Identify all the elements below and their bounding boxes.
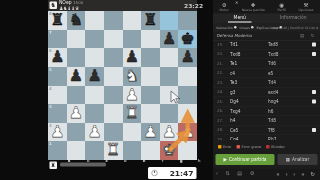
panel-toolbar: ⚙Motor✚Nueva partida◉Perfil⚒Opciones (213, 0, 320, 14)
move-list[interactable]: 19.Td1Tad820.Txd8Txd821.Te1Td622.c4e523.… (213, 40, 320, 140)
square-g2[interactable]: ♟ (160, 123, 179, 142)
square-a4[interactable]: 4 (48, 86, 67, 105)
black-move[interactable]: Txd8 (268, 50, 279, 59)
square-h5[interactable] (178, 67, 197, 86)
white-move[interactable]: h4 (230, 116, 235, 125)
square-h6[interactable]: ♟ (178, 48, 197, 67)
gear-icon[interactable]: ⚙ (316, 26, 319, 30)
white-move[interactable]: Dg4 (230, 97, 239, 106)
square-h3[interactable] (178, 104, 197, 123)
toggle-valoración[interactable]: Valoración (216, 25, 236, 29)
square-d6[interactable] (104, 48, 123, 67)
move-row[interactable]: 20.Txd8Txd8 (213, 50, 320, 60)
panel-tabs: MenúInformación (213, 14, 320, 24)
black-move[interactable]: exd4 (268, 88, 278, 97)
black-king[interactable]: ♚ (178, 30, 197, 49)
top-player-avatar: ♞ (50, 2, 58, 10)
square-b4[interactable] (67, 86, 86, 105)
black-move[interactable]: h6 (268, 107, 273, 116)
tab-menú[interactable]: Menú (213, 14, 267, 24)
square-c3[interactable] (85, 104, 104, 123)
black-knight[interactable]: ♞ (67, 11, 86, 30)
white-clock-time: 21:47 (170, 169, 194, 178)
square-f4[interactable] (141, 86, 160, 105)
bottom-player-bar: ♜ (48, 160, 148, 171)
white-king[interactable]: ♚ (160, 141, 179, 160)
square-h7[interactable]: ♚ (178, 30, 197, 49)
white-pawn[interactable]: ♟ (141, 123, 160, 142)
square-f6[interactable] (141, 48, 160, 67)
black-move[interactable]: Td6 (268, 59, 276, 68)
mistake-legend: ErrorError graveBlunder (213, 142, 320, 151)
square-h4[interactable] (178, 86, 197, 105)
white-knight[interactable]: ♞ (123, 67, 142, 86)
square-a6[interactable]: ♟6 (48, 48, 67, 67)
rank-label: 3 (49, 104, 52, 109)
move-row[interactable]: 28.Ce5Tf8 (213, 126, 320, 136)
square-h8[interactable] (178, 11, 197, 30)
black-clock: 23:22 (184, 2, 214, 9)
tab-información[interactable]: Información (267, 14, 320, 24)
white-move[interactable]: c4 (230, 69, 235, 78)
black-pawn[interactable]: ♟ (85, 67, 104, 86)
square-b1[interactable]: b (67, 141, 86, 160)
square-c7[interactable] (85, 30, 104, 49)
square-e5[interactable]: ♞ (123, 67, 142, 86)
black-pawn[interactable]: ♟ (160, 30, 179, 49)
square-e2[interactable] (123, 123, 142, 142)
square-a1[interactable]: 1a (48, 141, 67, 160)
square-f5[interactable] (141, 67, 160, 86)
move-row[interactable]: 24.g3exd4 (213, 88, 320, 98)
black-pawn[interactable]: ♟ (178, 48, 197, 67)
square-g5[interactable] (160, 67, 179, 86)
move-row[interactable]: 27.h4Td8 (213, 116, 320, 126)
white-move[interactable]: g3 (230, 88, 235, 97)
square-a3[interactable]: 3 (48, 104, 67, 123)
rank-label: 1 (49, 141, 52, 146)
move-nav-icons[interactable]: « ‹ › » ↻ (276, 171, 317, 178)
eval-badge (312, 52, 316, 56)
square-g4[interactable] (160, 86, 179, 105)
square-d4[interactable] (104, 86, 123, 105)
square-e6[interactable]: ♟ (123, 48, 142, 67)
black-move[interactable]: e5 (268, 69, 273, 78)
square-a5[interactable]: 5 (48, 67, 67, 86)
square-d3[interactable] (104, 104, 123, 123)
square-f3[interactable] (141, 104, 160, 123)
toggle-líneas[interactable]: Líneas (239, 25, 253, 29)
white-clock-active: 21:47 (148, 167, 197, 179)
resume-game-button[interactable]: ▶Continuar partida (216, 154, 275, 165)
square-e7[interactable] (123, 30, 142, 49)
black-move[interactable]: hxg4 (268, 97, 279, 106)
analysis-panel: ⚙Motor✚Nueva partida◉Perfil⚒Opciones ✕ M… (213, 0, 320, 180)
white-move[interactable]: Cg4 (230, 135, 238, 140)
square-c6[interactable] (85, 48, 104, 67)
square-g1[interactable]: ♚g (160, 141, 179, 160)
rank-label: 6 (49, 48, 52, 53)
analyze-button[interactable]: ▦Analizar (278, 154, 318, 165)
square-e8[interactable] (123, 11, 142, 30)
square-a8[interactable]: ♜8 (48, 11, 67, 30)
square-b8[interactable]: ♞ (67, 11, 86, 30)
square-f2[interactable]: ♟ (141, 123, 160, 142)
square-a7[interactable]: 7 (48, 30, 67, 49)
move-row[interactable]: 19.Td1Tad8 (213, 40, 320, 50)
engine-button[interactable]: ⚙Motor (219, 2, 228, 12)
app-window: ♞ NOep1500 ♟♞♝♝♛ 23:22 ♜8♞♜7♟♚♟6♟♟5♟♟♞4♟… (0, 0, 320, 180)
white-rook[interactable]: ♜ (104, 141, 123, 160)
eval-badge (312, 43, 316, 47)
move-row[interactable]: 21.Te1Td6 (213, 59, 320, 69)
bottom-nav-bar: ‹ ⇅ ▤ ⚙ « ‹ › » ↻ (213, 169, 320, 180)
square-d7[interactable] (104, 30, 123, 49)
move-row[interactable]: 23.Te3Td4 (213, 78, 320, 88)
white-move[interactable]: Td1 (230, 40, 238, 49)
square-d8[interactable] (104, 11, 123, 30)
rank-label: 2 (49, 123, 52, 128)
black-move[interactable]: Tf8 (268, 126, 275, 135)
square-g6[interactable] (160, 48, 179, 67)
white-move[interactable]: Ce5 (230, 126, 238, 135)
square-f8[interactable]: ♜ (141, 11, 160, 30)
square-f7[interactable] (141, 30, 160, 49)
bottom-player-avatar: ♜ (50, 162, 58, 170)
square-f1[interactable]: f (141, 141, 160, 160)
opening-name: Defensa Moderna (217, 34, 252, 39)
square-b7[interactable] (67, 30, 86, 49)
white-rook[interactable]: ♜ (123, 104, 142, 123)
file-label: h (198, 159, 201, 164)
move-row[interactable]: 22.c4e5 (213, 69, 320, 79)
close-icon[interactable]: ✕ (235, 1, 238, 6)
move-row[interactable]: 29.Cg4Rh7 (213, 135, 320, 140)
rank-label: 8 (49, 11, 52, 16)
square-d1[interactable]: ♜d (104, 141, 123, 160)
black-move[interactable]: Td4 (268, 78, 276, 87)
settings-button[interactable]: ⚒Opciones (299, 2, 314, 12)
bottom-player-name-blurred (60, 163, 106, 167)
opening-row-icons[interactable]: ▤ ↻ (300, 33, 317, 38)
legend-blunder: Blunder (266, 145, 285, 149)
board-icon: ▦ (286, 157, 290, 162)
white-pawn[interactable]: ♟ (85, 123, 104, 142)
legend-error-grave: Error grave (237, 145, 262, 149)
rank-label: 4 (49, 86, 52, 91)
square-g8[interactable] (160, 11, 179, 30)
eval-badge (312, 100, 316, 104)
square-e3[interactable]: ♜ (123, 104, 142, 123)
play-icon: ▶ (224, 157, 227, 162)
square-a2[interactable]: ♟2 (48, 123, 67, 142)
panel-toggles: ValoraciónLíneasExplicaciones depth=20 |… (213, 23, 320, 32)
square-c8[interactable] (85, 11, 104, 30)
square-b2[interactable] (67, 123, 86, 142)
square-h1[interactable]: h (178, 141, 197, 160)
last-move-highlight (160, 11, 179, 30)
square-c4[interactable] (85, 86, 104, 105)
white-move[interactable]: Te3 (230, 78, 237, 87)
rank-label: 5 (49, 67, 52, 72)
square-c2[interactable]: ♟ (85, 123, 104, 142)
new-game-icon: ✚ (242, 2, 265, 8)
engine-icon: ⚙ (219, 2, 228, 8)
toggle-knob (251, 26, 254, 29)
eval-badge (312, 128, 316, 132)
profile-button[interactable]: ◉Perfil (278, 2, 286, 12)
square-b3[interactable]: ♟ (67, 104, 86, 123)
square-d2[interactable] (104, 123, 123, 142)
square-g3[interactable] (160, 104, 179, 123)
eval-badge (312, 90, 316, 94)
settings-icon: ⚒ (299, 2, 314, 8)
white-move[interactable]: Txg4 (230, 107, 241, 116)
square-d5[interactable] (104, 67, 123, 86)
profile-icon: ◉ (278, 2, 286, 8)
clock-icon (152, 170, 158, 176)
move-row[interactable]: 25.Dg4hxg4 (213, 97, 320, 107)
move-row[interactable]: 26.Txg4h6 (213, 107, 320, 117)
black-pawn[interactable]: ♟ (67, 67, 86, 86)
square-c5[interactable]: ♟ (85, 67, 104, 86)
square-c1[interactable]: c (85, 141, 104, 160)
square-e4[interactable]: ♟ (123, 86, 142, 105)
tool-icons[interactable]: ‹ ⇅ ▤ ⚙ (216, 171, 257, 177)
square-g7[interactable]: ♟ (160, 30, 179, 49)
new-game-button[interactable]: ✚Nueva partida (242, 2, 265, 12)
white-pawn[interactable]: ♟ (178, 123, 197, 142)
white-move[interactable]: Te1 (230, 59, 237, 68)
white-pawn[interactable]: ♟ (160, 123, 179, 142)
square-b6[interactable] (67, 48, 86, 67)
black-pawn[interactable]: ♟ (123, 48, 142, 67)
white-pawn[interactable]: ♟ (67, 104, 86, 123)
black-move[interactable]: Td8 (268, 116, 276, 125)
square-h2[interactable]: ♟ (178, 123, 197, 142)
toggle-knob (234, 26, 237, 29)
legend-error: Error (218, 145, 232, 149)
engine-depth-label: depth=20 | Stockfish 16 Lite (272, 26, 315, 30)
square-e1[interactable]: e (123, 141, 142, 160)
black-move[interactable]: Rh7 (268, 135, 276, 140)
black-move[interactable]: Tad8 (268, 40, 278, 49)
chess-board[interactable]: ♜8♞♜7♟♚♟6♟♟5♟♟♞4♟3♟♜♟2♟♟♟♟1abc♜def♚gh (48, 11, 197, 160)
white-pawn[interactable]: ♟ (123, 86, 142, 105)
white-move[interactable]: Txd8 (230, 50, 241, 59)
square-b5[interactable]: ♟ (67, 67, 86, 86)
black-rook[interactable]: ♜ (141, 11, 160, 30)
rank-label: 7 (49, 30, 52, 35)
